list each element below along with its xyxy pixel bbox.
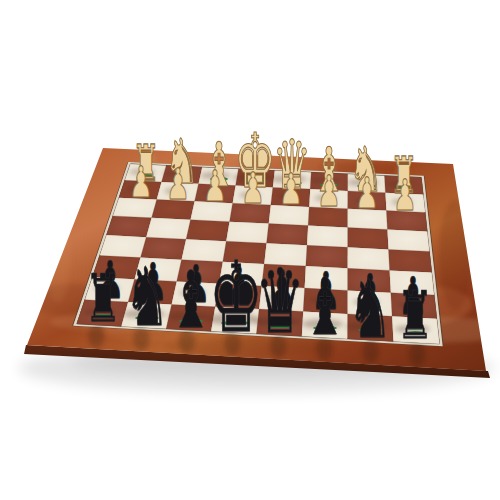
piece-white-pawn-c2[interactable]: ♟: [317, 170, 341, 213]
square-g4[interactable]: [146, 218, 190, 239]
square-h4[interactable]: [106, 216, 151, 237]
piece-white-pawn-f2[interactable]: ♟: [203, 165, 227, 208]
piece-white-pawn-e2[interactable]: ♟: [241, 167, 265, 210]
chess-set-photo: ♜♞♝♛♚♝♞♜♟♟♟♟♟♟♟♟♟♟♟♟♟♟♟♟♜♞♝♛♚♝♞♜: [0, 0, 500, 500]
square-c4[interactable]: [307, 226, 348, 248]
piece-black-bishop-c8[interactable]: ♝: [303, 268, 347, 347]
square-a4[interactable]: [387, 230, 429, 252]
piece-black-bishop-f8[interactable]: ♝: [169, 261, 213, 340]
piece-white-pawn-h2[interactable]: ♟: [129, 161, 153, 204]
piece-black-king-e8[interactable]: ♚: [208, 248, 262, 346]
piece-white-pawn-g2[interactable]: ♟: [166, 163, 190, 206]
square-d4[interactable]: [267, 224, 309, 246]
square-b4[interactable]: [348, 228, 389, 250]
piece-black-rook-h8[interactable]: ♜: [84, 266, 121, 332]
piece-black-knight-g8[interactable]: ♞: [124, 257, 169, 338]
piece-black-rook-a8[interactable]: ♜: [397, 283, 434, 349]
piece-black-knight-b8[interactable]: ♞: [348, 269, 393, 350]
piece-white-pawn-d2[interactable]: ♟: [279, 168, 303, 211]
piece-white-pawn-a2[interactable]: ♟: [393, 174, 417, 217]
square-f4[interactable]: [186, 220, 229, 242]
piece-white-pawn-b2[interactable]: ♟: [355, 172, 379, 215]
